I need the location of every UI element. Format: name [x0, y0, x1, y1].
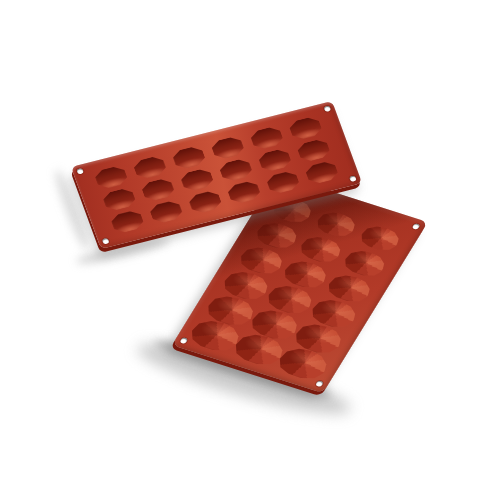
mold-cavity [148, 199, 184, 225]
mold-cavity [101, 187, 137, 213]
mold-cavity [109, 209, 145, 235]
mold-cavity [132, 155, 168, 181]
mold-bump [312, 208, 360, 240]
corner-hole [76, 168, 84, 175]
mold-bump [252, 219, 302, 252]
mold-cavity [288, 115, 324, 141]
corner-hole [315, 380, 324, 387]
corner-hole [412, 223, 421, 230]
mold-cavity [296, 138, 332, 164]
corner-hole [349, 175, 357, 182]
mold-cavity [265, 170, 301, 196]
mold-cavity [210, 135, 246, 161]
mold-cavity [171, 145, 207, 171]
corner-hole [102, 238, 110, 245]
product-photo [0, 0, 500, 500]
mold-cavity [93, 165, 129, 191]
mold-cavity [249, 125, 285, 151]
mold-cavity [187, 189, 223, 215]
corner-hole [179, 337, 188, 344]
mold-cavity [257, 147, 293, 173]
mold-cavity [226, 179, 262, 205]
mold-cavity [304, 160, 340, 186]
mold-cavity [179, 167, 215, 193]
corner-hole [323, 105, 331, 112]
mold-bump [296, 233, 346, 266]
mold-bump [340, 247, 390, 280]
mold-bump [356, 222, 404, 254]
mold-cavity [140, 177, 176, 203]
mold-cavity [218, 157, 254, 183]
